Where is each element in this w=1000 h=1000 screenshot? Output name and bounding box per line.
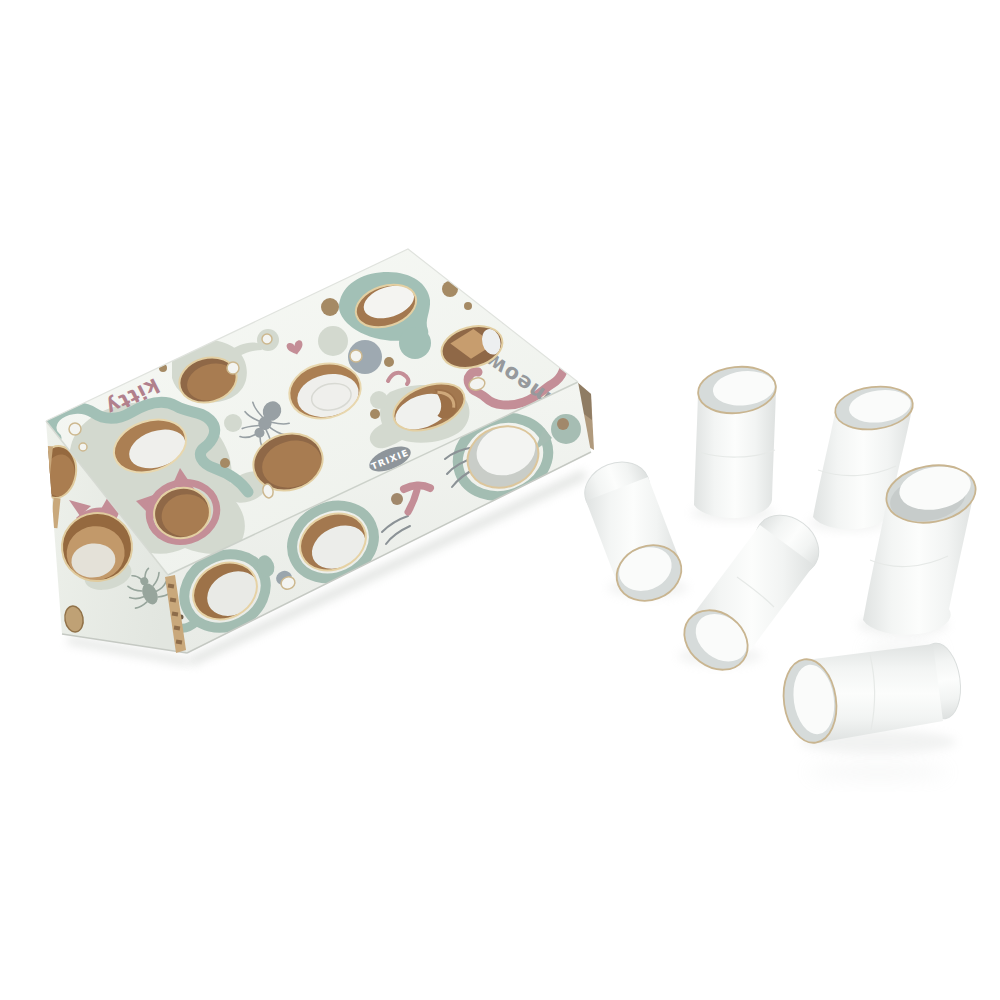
tube-4 [577, 453, 690, 610]
sage-circle [370, 391, 388, 409]
sage-circle [224, 414, 242, 432]
sage-circle [318, 326, 348, 356]
scene-canvas: kitty meow [0, 0, 1000, 1000]
product-photo: kitty meow [0, 0, 1000, 1000]
tube-6 [778, 641, 965, 747]
cardboard-tubes [577, 363, 980, 746]
tube-1 [694, 363, 778, 518]
brown-dot [391, 493, 403, 505]
activity-box: kitty meow [35, 249, 594, 653]
teal-circle [399, 327, 431, 359]
